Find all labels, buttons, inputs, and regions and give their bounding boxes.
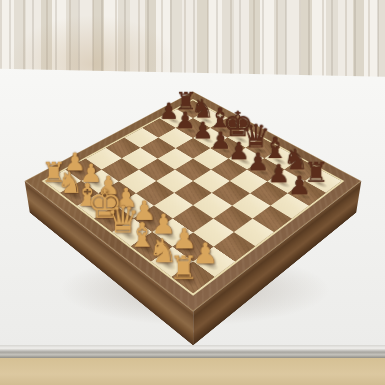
piece-black-pawn[interactable]: ♟ xyxy=(248,150,270,175)
piece-white-rook[interactable]: ♜ xyxy=(170,252,199,284)
curtain-background xyxy=(0,0,385,80)
piece-black-pawn[interactable]: ♟ xyxy=(267,161,290,186)
table-edge-trim xyxy=(0,345,385,358)
scene: ♜♞♝♚♛♝♞♜♟♟♟♟♟♟♟♟♟♟♟♟♟♟♟♟♜♞♝♚♛♝♞♜ xyxy=(0,0,385,385)
piece-black-pawn[interactable]: ♟ xyxy=(288,172,311,198)
table-apron xyxy=(0,358,385,385)
